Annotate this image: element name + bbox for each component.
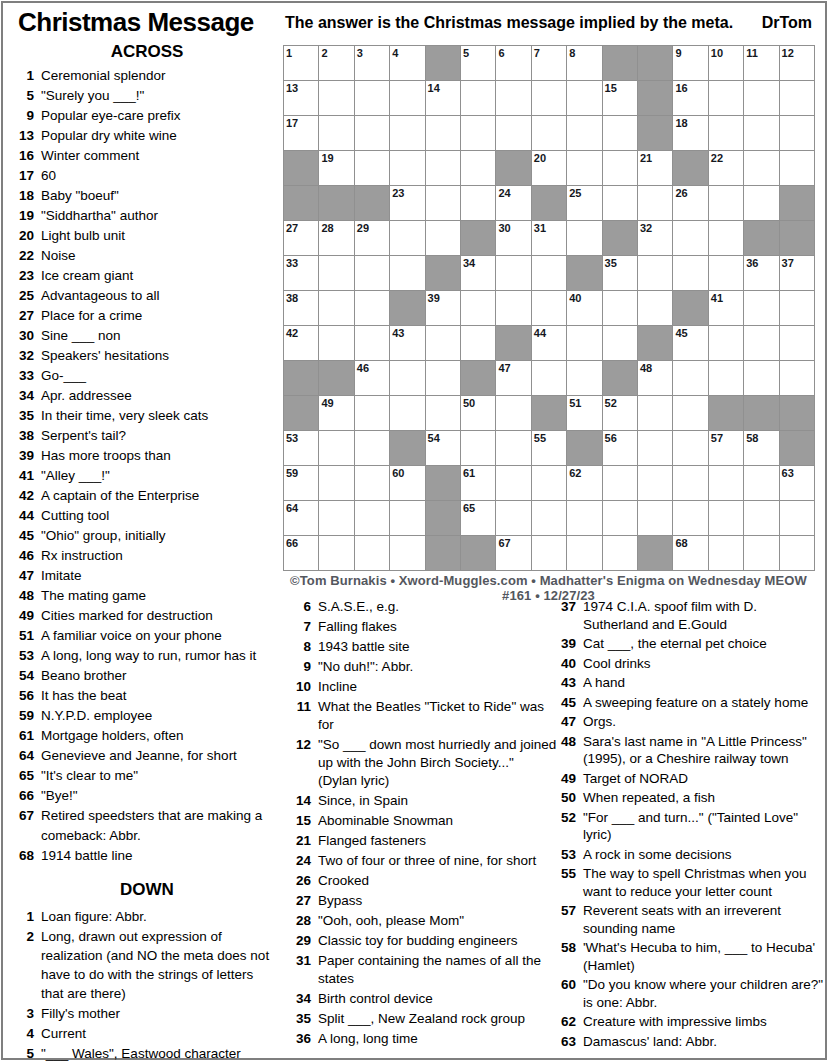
- cell-number: 4: [392, 47, 398, 59]
- grid-block: [603, 221, 637, 255]
- cell-number: 34: [463, 257, 475, 269]
- clue-across-25: 25Advantageous to all: [10, 286, 284, 306]
- grid-cell[interactable]: 52: [603, 396, 637, 430]
- grid-cell[interactable]: [355, 116, 389, 150]
- grid-cell[interactable]: [390, 256, 424, 290]
- grid-cell[interactable]: [390, 116, 424, 150]
- grid-cell[interactable]: [355, 431, 389, 465]
- grid-cell[interactable]: 14: [426, 81, 460, 115]
- clue-number: 10: [287, 678, 311, 696]
- grid-cell[interactable]: [780, 291, 814, 325]
- clue-down-52: 52"For ___ and turn..." ("Tainted Love" …: [552, 809, 826, 844]
- cell-number: 13: [286, 82, 298, 94]
- grid-cell[interactable]: [673, 466, 707, 500]
- grid-cell[interactable]: 1: [284, 46, 318, 80]
- grid-cell[interactable]: 58: [744, 431, 778, 465]
- grid-cell[interactable]: [638, 396, 672, 430]
- grid-cell[interactable]: [319, 291, 353, 325]
- clue-down-5: 5"___ Wales", Eastwood character: [10, 1044, 284, 1061]
- meta-instruction: The answer is the Christmas message impl…: [285, 13, 733, 33]
- cell-number: 37: [782, 257, 794, 269]
- grid-cell[interactable]: [567, 221, 601, 255]
- grid-cell[interactable]: [780, 361, 814, 395]
- grid-block: [673, 291, 707, 325]
- clue-text: A rock in some decisions: [583, 846, 732, 864]
- grid-cell[interactable]: [426, 396, 460, 430]
- grid-cell[interactable]: 24: [496, 186, 530, 220]
- grid-cell[interactable]: [709, 256, 743, 290]
- grid-cell[interactable]: [567, 326, 601, 360]
- grid-cell[interactable]: [496, 81, 530, 115]
- grid-cell[interactable]: [496, 116, 530, 150]
- cell-number: 22: [711, 152, 723, 164]
- grid-cell[interactable]: 54: [426, 431, 460, 465]
- clue-down-37: 371974 C.I.A. spoof film with D. Sutherl…: [552, 598, 826, 633]
- grid-block: [284, 361, 318, 395]
- cell-number: 6: [498, 47, 504, 59]
- grid-cell[interactable]: 18: [673, 116, 707, 150]
- clue-number: 37: [552, 598, 576, 616]
- cell-number: 55: [534, 432, 546, 444]
- grid-cell[interactable]: 47: [496, 361, 530, 395]
- grid-block: [780, 431, 814, 465]
- grid-cell[interactable]: 59: [284, 466, 318, 500]
- grid-cell[interactable]: 19: [319, 151, 353, 185]
- grid-cell[interactable]: [744, 536, 778, 570]
- clue-across-23: 23Ice cream giant: [10, 266, 284, 286]
- clue-down-6: 6S.A.S.E., e.g.: [287, 598, 547, 616]
- grid-cell[interactable]: [461, 291, 495, 325]
- grid-cell[interactable]: [390, 81, 424, 115]
- grid-cell[interactable]: [744, 291, 778, 325]
- grid-cell[interactable]: [709, 221, 743, 255]
- clue-text: Winter comment: [41, 146, 139, 166]
- clue-text: What the Beatles "Ticket to Ride" was fo…: [318, 698, 544, 734]
- grid-cell[interactable]: 3: [355, 46, 389, 80]
- clue-number: 49: [10, 606, 34, 626]
- clue-text: A long, long time: [318, 1030, 418, 1048]
- grid-cell[interactable]: [603, 116, 637, 150]
- cell-number: 33: [286, 257, 298, 269]
- clue-down-48: 48Sara's last name in "A Little Princess…: [552, 733, 826, 768]
- grid-block: [603, 46, 637, 80]
- clue-number: 5: [10, 1044, 34, 1061]
- grid-block: [284, 186, 318, 220]
- cell-number: 65: [463, 502, 475, 514]
- clue-number: 38: [10, 426, 34, 446]
- grid-cell[interactable]: [709, 501, 743, 535]
- grid-cell[interactable]: 28: [319, 221, 353, 255]
- clue-text: Creature with impressive limbs: [583, 1013, 767, 1031]
- grid-cell[interactable]: 65: [461, 501, 495, 535]
- cell-number: 41: [711, 292, 723, 304]
- clue-across-33: 33Go-___: [10, 366, 284, 386]
- grid-cell[interactable]: 12: [780, 46, 814, 80]
- grid-cell[interactable]: 43: [390, 326, 424, 360]
- grid-block: [744, 221, 778, 255]
- grid-cell[interactable]: [426, 186, 460, 220]
- clue-number: 66: [10, 786, 34, 806]
- grid-cell[interactable]: [603, 536, 637, 570]
- clue-text: Apr. addressee: [41, 386, 132, 406]
- grid-cell[interactable]: 37: [780, 256, 814, 290]
- grid-cell[interactable]: [496, 501, 530, 535]
- grid-cell[interactable]: [319, 326, 353, 360]
- crossword-page: Christmas Message ACROSS 1Ceremonial spl…: [0, 0, 828, 1061]
- grid-cell[interactable]: 33: [284, 256, 318, 290]
- grid-cell[interactable]: [532, 501, 566, 535]
- grid-cell[interactable]: [426, 361, 460, 395]
- cell-number: 51: [569, 397, 581, 409]
- grid-cell[interactable]: 50: [461, 396, 495, 430]
- grid-cell[interactable]: 32: [638, 221, 672, 255]
- clue-number: 68: [10, 846, 34, 866]
- grid-cell[interactable]: [638, 256, 672, 290]
- grid-cell[interactable]: [603, 501, 637, 535]
- grid-cell[interactable]: 46: [355, 361, 389, 395]
- grid-cell[interactable]: [709, 326, 743, 360]
- grid-cell[interactable]: [780, 116, 814, 150]
- grid-cell[interactable]: [355, 396, 389, 430]
- grid-cell[interactable]: 57: [709, 431, 743, 465]
- grid-cell[interactable]: 61: [461, 466, 495, 500]
- grid-cell[interactable]: [603, 151, 637, 185]
- grid-cell[interactable]: 25: [567, 186, 601, 220]
- grid-cell[interactable]: [496, 256, 530, 290]
- clue-text: 1943 battle site: [318, 638, 410, 656]
- clue-number: 23: [10, 266, 34, 286]
- grid-cell[interactable]: [426, 221, 460, 255]
- grid-cell[interactable]: [461, 116, 495, 150]
- grid-cell[interactable]: [567, 81, 601, 115]
- grid-cell[interactable]: [709, 81, 743, 115]
- grid-cell[interactable]: 39: [426, 291, 460, 325]
- grid-cell[interactable]: 22: [709, 151, 743, 185]
- grid-cell[interactable]: [673, 361, 707, 395]
- grid-cell[interactable]: [461, 151, 495, 185]
- grid-cell[interactable]: [567, 361, 601, 395]
- clue-text: "Surely you ___!": [41, 86, 144, 106]
- cell-number: 67: [498, 537, 510, 549]
- grid-cell[interactable]: 7: [532, 46, 566, 80]
- grid-cell[interactable]: [744, 116, 778, 150]
- grid-cell[interactable]: [780, 81, 814, 115]
- clue-down-10: 10Incline: [287, 678, 547, 696]
- grid-cell[interactable]: [355, 326, 389, 360]
- grid-cell[interactable]: [532, 116, 566, 150]
- grid-cell[interactable]: [780, 536, 814, 570]
- cell-number: 66: [286, 537, 298, 549]
- clue-text: A familiar voice on your phone: [41, 626, 222, 646]
- grid-cell[interactable]: [532, 256, 566, 290]
- grid-block: [780, 221, 814, 255]
- grid-cell[interactable]: [532, 291, 566, 325]
- grid-block: [426, 501, 460, 535]
- grid-cell[interactable]: [780, 501, 814, 535]
- grid-block: [390, 291, 424, 325]
- grid-block: [426, 46, 460, 80]
- clue-text: Target of NORAD: [583, 770, 688, 788]
- grid-cell[interactable]: 5: [461, 46, 495, 80]
- cell-number: 12: [782, 47, 794, 59]
- grid-cell[interactable]: [390, 396, 424, 430]
- grid-cell[interactable]: 10: [709, 46, 743, 80]
- grid-cell[interactable]: [532, 536, 566, 570]
- clue-down-57: 57Reverent seats with an irreverent soun…: [552, 902, 826, 937]
- grid-cell[interactable]: [673, 431, 707, 465]
- clue-text: Beano brother: [41, 666, 127, 686]
- grid-cell[interactable]: [673, 221, 707, 255]
- clue-number: 32: [10, 346, 34, 366]
- grid-cell[interactable]: [426, 326, 460, 360]
- grid-cell[interactable]: 29: [355, 221, 389, 255]
- grid-cell[interactable]: [461, 431, 495, 465]
- instruction-row: The answer is the Christmas message impl…: [285, 13, 812, 33]
- clue-number: 45: [552, 694, 576, 712]
- clue-text: Noise: [41, 246, 76, 266]
- cell-number: 27: [286, 222, 298, 234]
- grid-cell[interactable]: [744, 326, 778, 360]
- grid-cell[interactable]: 35: [603, 256, 637, 290]
- grid-cell[interactable]: [355, 466, 389, 500]
- grid-cell[interactable]: [355, 81, 389, 115]
- clue-text: Classic toy for budding engineers: [318, 932, 518, 950]
- grid-cell[interactable]: [567, 501, 601, 535]
- grid-cell[interactable]: 45: [673, 326, 707, 360]
- grid-cell[interactable]: [603, 186, 637, 220]
- grid-cell[interactable]: 38: [284, 291, 318, 325]
- grid-cell[interactable]: [426, 151, 460, 185]
- grid-block: [390, 431, 424, 465]
- clue-number: 28: [287, 912, 311, 930]
- grid-cell[interactable]: [709, 536, 743, 570]
- grid-cell[interactable]: [390, 536, 424, 570]
- clue-number: 1: [10, 907, 34, 926]
- cell-number: 43: [392, 327, 404, 339]
- clue-down-34: 34Birth control device: [287, 990, 547, 1008]
- grid-cell[interactable]: [744, 501, 778, 535]
- grid-cell[interactable]: [390, 221, 424, 255]
- grid-cell[interactable]: [744, 151, 778, 185]
- cell-number: 59: [286, 467, 298, 479]
- grid-cell[interactable]: [319, 116, 353, 150]
- grid-cell[interactable]: [638, 431, 672, 465]
- grid-cell[interactable]: 42: [284, 326, 318, 360]
- grid-cell[interactable]: [496, 431, 530, 465]
- grid-cell[interactable]: 60: [390, 466, 424, 500]
- clue-down-8: 81943 battle site: [287, 638, 547, 656]
- cell-number: 56: [605, 432, 617, 444]
- grid-cell[interactable]: 17: [284, 116, 318, 150]
- grid-cell[interactable]: [496, 291, 530, 325]
- grid-cell[interactable]: 15: [603, 81, 637, 115]
- clue-text: Speakers' hesitations: [41, 346, 169, 366]
- grid-cell[interactable]: [461, 326, 495, 360]
- clue-text: Ice cream giant: [41, 266, 133, 286]
- cell-number: 39: [428, 292, 440, 304]
- grid-cell[interactable]: [319, 431, 353, 465]
- clue-across-34: 34Apr. addressee: [10, 386, 284, 406]
- grid-cell[interactable]: [355, 291, 389, 325]
- grid-cell[interactable]: 20: [532, 151, 566, 185]
- clue-text: Loan figure: Abbr.: [41, 907, 147, 926]
- grid-cell[interactable]: [603, 326, 637, 360]
- byline: DrTom: [762, 13, 812, 33]
- grid-cell[interactable]: [319, 256, 353, 290]
- clue-text: Abominable Snowman: [318, 812, 453, 830]
- grid-cell[interactable]: [709, 116, 743, 150]
- grid-cell[interactable]: [426, 116, 460, 150]
- grid-cell[interactable]: 64: [284, 501, 318, 535]
- cell-number: 45: [675, 327, 687, 339]
- clue-text: Rx instruction: [41, 546, 123, 566]
- grid-cell[interactable]: 67: [496, 536, 530, 570]
- grid-cell[interactable]: [496, 466, 530, 500]
- clue-text: Mortgage holders, often: [41, 726, 184, 746]
- clue-across-45: 45"Ohio" group, initially: [10, 526, 284, 546]
- clue-down-55: 55The way to spell Christmas when you wa…: [552, 865, 826, 900]
- grid-cell[interactable]: 34: [461, 256, 495, 290]
- grid-cell[interactable]: 56: [603, 431, 637, 465]
- grid-cell[interactable]: [567, 151, 601, 185]
- grid-cell[interactable]: [638, 186, 672, 220]
- grid-cell[interactable]: 13: [284, 81, 318, 115]
- grid-cell[interactable]: [319, 81, 353, 115]
- grid-cell[interactable]: 63: [780, 466, 814, 500]
- grid-cell[interactable]: 31: [532, 221, 566, 255]
- grid-cell[interactable]: [638, 501, 672, 535]
- grid-block: [744, 396, 778, 430]
- grid-cell[interactable]: [319, 466, 353, 500]
- cell-number: 25: [569, 187, 581, 199]
- grid-cell[interactable]: 40: [567, 291, 601, 325]
- grid-cell[interactable]: 51: [567, 396, 601, 430]
- grid-cell[interactable]: [673, 396, 707, 430]
- grid-block: [709, 396, 743, 430]
- grid-cell[interactable]: [319, 536, 353, 570]
- grid-cell[interactable]: 2: [319, 46, 353, 80]
- grid-cell[interactable]: [390, 151, 424, 185]
- grid-cell[interactable]: 26: [673, 186, 707, 220]
- grid-cell[interactable]: 68: [673, 536, 707, 570]
- grid-cell[interactable]: [709, 361, 743, 395]
- clue-down-45: 45A sweeping feature on a stately home: [552, 694, 826, 712]
- cell-number: 8: [569, 47, 575, 59]
- grid-cell[interactable]: 41: [709, 291, 743, 325]
- clue-number: 24: [287, 852, 311, 870]
- grid-cell[interactable]: 30: [496, 221, 530, 255]
- grid-cell[interactable]: [532, 361, 566, 395]
- grid-cell[interactable]: [390, 501, 424, 535]
- clue-down-60: 60"Do you know where your children are?"…: [552, 976, 826, 1011]
- grid-cell[interactable]: [461, 186, 495, 220]
- down-header: DOWN: [10, 880, 284, 900]
- clue-text: A hand: [583, 674, 625, 692]
- grid-cell[interactable]: [709, 466, 743, 500]
- clue-down-63: 63Damascus' land: Abbr.: [552, 1033, 826, 1051]
- clue-number: 63: [552, 1033, 576, 1051]
- clue-down-47: 47Orgs.: [552, 713, 826, 731]
- clue-number: 34: [10, 386, 34, 406]
- grid-cell[interactable]: [355, 501, 389, 535]
- clue-text: Flanged fasteners: [318, 832, 426, 850]
- clue-across-35: 35In their time, very sleek cats: [10, 406, 284, 426]
- clue-across-51: 51A familiar voice on your phone: [10, 626, 284, 646]
- clue-number: 54: [10, 666, 34, 686]
- grid-cell[interactable]: 66: [284, 536, 318, 570]
- grid-cell[interactable]: 36: [744, 256, 778, 290]
- clue-down-3: 3Filly's mother: [10, 1004, 284, 1023]
- grid-cell[interactable]: 55: [532, 431, 566, 465]
- grid-cell[interactable]: [390, 361, 424, 395]
- grid-cell[interactable]: [319, 501, 353, 535]
- grid-cell[interactable]: [532, 466, 566, 500]
- grid-cell[interactable]: [709, 186, 743, 220]
- grid-cell[interactable]: [355, 151, 389, 185]
- grid-cell[interactable]: [780, 326, 814, 360]
- grid-cell[interactable]: [744, 81, 778, 115]
- grid-cell[interactable]: [603, 291, 637, 325]
- cell-number: 9: [675, 47, 681, 59]
- grid-cell[interactable]: 11: [744, 46, 778, 80]
- grid-cell[interactable]: [744, 361, 778, 395]
- grid-cell[interactable]: [461, 81, 495, 115]
- grid-cell[interactable]: 8: [567, 46, 601, 80]
- grid-cell[interactable]: [638, 291, 672, 325]
- grid-cell[interactable]: [496, 396, 530, 430]
- clue-text: S.A.S.E., e.g.: [318, 598, 399, 616]
- grid-cell[interactable]: [355, 536, 389, 570]
- grid-cell[interactable]: [744, 186, 778, 220]
- grid-cell[interactable]: 21: [638, 151, 672, 185]
- grid-cell[interactable]: [355, 256, 389, 290]
- grid-cell[interactable]: [567, 116, 601, 150]
- grid-cell[interactable]: 48: [638, 361, 672, 395]
- clue-number: 40: [552, 655, 576, 673]
- clue-text: N.Y.P.D. employee: [41, 706, 152, 726]
- grid-cell[interactable]: [673, 501, 707, 535]
- grid-cell[interactable]: 53: [284, 431, 318, 465]
- grid-cell[interactable]: 49: [319, 396, 353, 430]
- clue-text: A captain of the Enterprise: [41, 486, 199, 506]
- cell-number: 24: [498, 187, 510, 199]
- grid-cell[interactable]: [744, 466, 778, 500]
- grid-cell[interactable]: [603, 466, 637, 500]
- clue-down-14: 14Since, in Spain: [287, 792, 547, 810]
- grid-cell[interactable]: 27: [284, 221, 318, 255]
- grid-cell[interactable]: 62: [567, 466, 601, 500]
- grid-cell[interactable]: 9: [673, 46, 707, 80]
- grid-cell[interactable]: [567, 536, 601, 570]
- grid-cell[interactable]: 6: [496, 46, 530, 80]
- grid-cell[interactable]: [673, 256, 707, 290]
- clue-number: 7: [287, 618, 311, 636]
- clue-down-1: 1Loan figure: Abbr.: [10, 907, 284, 926]
- grid-cell[interactable]: [532, 81, 566, 115]
- grid-cell[interactable]: [638, 466, 672, 500]
- grid-cell[interactable]: 44: [532, 326, 566, 360]
- clue-number: 57: [552, 902, 576, 920]
- grid-cell[interactable]: 4: [390, 46, 424, 80]
- clue-number: 12: [287, 736, 311, 754]
- down-clue-list-1: 1Loan figure: Abbr.2Long, drawn out expr…: [10, 907, 284, 1061]
- grid-cell[interactable]: [780, 151, 814, 185]
- clue-across-19: 19"Siddhartha" author: [10, 206, 284, 226]
- cell-number: 21: [640, 152, 652, 164]
- grid-cell[interactable]: 23: [390, 186, 424, 220]
- clue-across-9: 9Popular eye-care prefix: [10, 106, 284, 126]
- grid-cell[interactable]: 16: [673, 81, 707, 115]
